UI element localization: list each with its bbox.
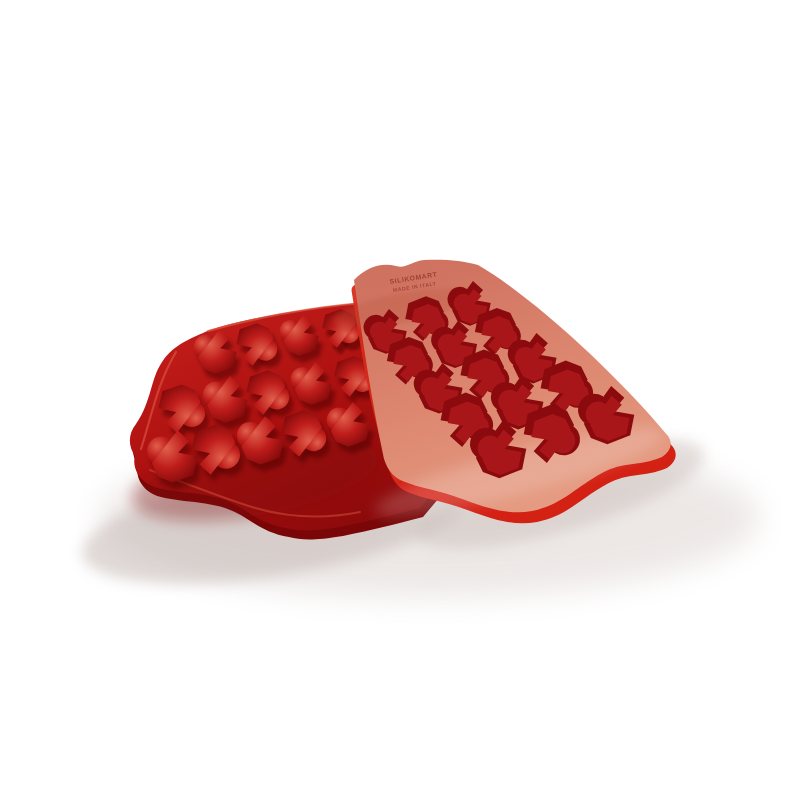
scene-svg: SILIKOMART MADE IN ITALY (0, 0, 800, 800)
product-photo: SILIKOMART MADE IN ITALY (0, 0, 800, 800)
